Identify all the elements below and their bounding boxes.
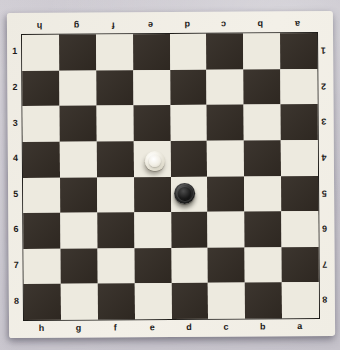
square-c8[interactable]	[208, 283, 245, 319]
square-d6[interactable]	[171, 212, 208, 248]
file-label-f-top: f	[95, 18, 132, 31]
square-d7[interactable]	[171, 247, 208, 283]
rank-label-8-left: 8	[11, 283, 22, 319]
rank-label-1-right: 1	[317, 32, 329, 68]
rank-label-1-left: 1	[9, 34, 20, 70]
square-f7[interactable]	[97, 248, 134, 284]
file-label-c-bottom: c	[207, 320, 244, 333]
rank-label-4-right: 4	[318, 139, 330, 175]
rank-label-6-left: 6	[10, 212, 21, 248]
file-label-f-bottom: f	[97, 321, 134, 334]
file-label-a-bottom: a	[281, 320, 318, 333]
square-a2[interactable]	[280, 69, 317, 105]
file-label-h-top: h	[21, 19, 58, 32]
square-d2[interactable]	[170, 69, 207, 105]
file-label-a-top: a	[279, 17, 316, 30]
file-label-e-bottom: e	[134, 321, 171, 334]
square-a3[interactable]	[281, 104, 318, 140]
file-label-d-top: d	[168, 18, 205, 31]
file-label-g-bottom: g	[60, 322, 97, 335]
square-g4[interactable]	[60, 141, 97, 177]
square-g5[interactable]	[60, 177, 97, 213]
square-c7[interactable]	[208, 247, 245, 283]
rank-label-2-right: 2	[317, 68, 329, 104]
square-d8[interactable]	[171, 283, 208, 319]
square-e6[interactable]	[134, 212, 171, 248]
square-b3[interactable]	[244, 104, 281, 140]
vinyl-chess-mat: hgfedcba hgfedcba 12345678 12345678	[7, 11, 335, 338]
square-e3[interactable]	[133, 105, 170, 141]
rank-label-4-left: 4	[10, 141, 21, 177]
square-b6[interactable]	[245, 211, 282, 247]
file-label-g-top: g	[58, 19, 95, 32]
square-f1[interactable]	[96, 34, 133, 70]
black-pawn-d5[interactable]	[174, 183, 195, 204]
square-d5[interactable]	[171, 176, 208, 212]
file-label-b-top: b	[242, 17, 279, 30]
square-a4[interactable]	[281, 140, 318, 176]
square-a6[interactable]	[281, 211, 318, 247]
square-d4[interactable]	[170, 141, 207, 177]
square-a5[interactable]	[281, 175, 318, 211]
square-f5[interactable]	[97, 177, 134, 213]
square-g1[interactable]	[59, 35, 96, 71]
square-h3[interactable]	[23, 106, 60, 142]
square-g8[interactable]	[61, 284, 98, 320]
white-pawn-e4[interactable]	[145, 151, 165, 171]
square-g3[interactable]	[59, 106, 96, 142]
square-g7[interactable]	[60, 248, 97, 284]
square-b7[interactable]	[245, 247, 282, 283]
square-d3[interactable]	[170, 105, 207, 141]
rank-label-6-right: 6	[318, 210, 330, 246]
file-label-e-top: e	[132, 18, 169, 31]
square-c4[interactable]	[207, 140, 244, 176]
square-b8[interactable]	[245, 283, 282, 319]
square-a7[interactable]	[282, 247, 319, 283]
square-f8[interactable]	[98, 284, 135, 320]
square-c3[interactable]	[207, 105, 244, 141]
square-b5[interactable]	[244, 176, 281, 212]
file-label-h-bottom: h	[23, 322, 60, 335]
square-f2[interactable]	[96, 70, 133, 106]
square-e8[interactable]	[134, 283, 171, 319]
square-b4[interactable]	[244, 140, 281, 176]
square-h7[interactable]	[24, 249, 61, 285]
square-e5[interactable]	[134, 177, 171, 213]
square-g6[interactable]	[60, 213, 97, 249]
rank-labels-left: 12345678	[9, 34, 22, 319]
square-e2[interactable]	[133, 70, 170, 106]
square-h8[interactable]	[24, 284, 61, 320]
square-e1[interactable]	[133, 34, 170, 70]
square-c5[interactable]	[207, 176, 244, 212]
square-h2[interactable]	[22, 70, 59, 106]
square-e4[interactable]	[133, 141, 170, 177]
square-h6[interactable]	[23, 213, 60, 249]
rank-label-3-right: 3	[318, 103, 330, 139]
file-label-b-bottom: b	[244, 320, 281, 333]
chess-board	[21, 32, 320, 321]
square-b2[interactable]	[244, 69, 281, 105]
rank-label-3-left: 3	[10, 105, 21, 141]
file-labels-bottom: hgfedcba	[23, 320, 318, 335]
square-h4[interactable]	[23, 142, 60, 178]
file-label-d-bottom: d	[171, 321, 208, 334]
square-c6[interactable]	[208, 212, 245, 248]
rank-label-5-left: 5	[10, 177, 21, 213]
square-d1[interactable]	[170, 34, 207, 70]
square-h5[interactable]	[23, 177, 60, 213]
file-label-c-top: c	[205, 17, 242, 30]
file-labels-top: hgfedcba	[21, 17, 316, 32]
square-a8[interactable]	[282, 282, 319, 318]
square-f3[interactable]	[96, 106, 133, 142]
square-f4[interactable]	[97, 141, 134, 177]
square-b1[interactable]	[243, 33, 280, 69]
square-g2[interactable]	[59, 70, 96, 106]
square-a1[interactable]	[280, 33, 317, 69]
square-h1[interactable]	[22, 35, 59, 71]
square-c2[interactable]	[207, 69, 244, 105]
rank-label-2-left: 2	[9, 70, 20, 106]
square-e7[interactable]	[134, 248, 171, 284]
rank-label-8-right: 8	[319, 281, 331, 317]
rank-label-7-right: 7	[319, 246, 331, 282]
square-c1[interactable]	[206, 33, 243, 69]
rank-label-7-left: 7	[11, 248, 22, 284]
square-f6[interactable]	[97, 212, 134, 248]
rank-label-5-right: 5	[318, 174, 330, 210]
